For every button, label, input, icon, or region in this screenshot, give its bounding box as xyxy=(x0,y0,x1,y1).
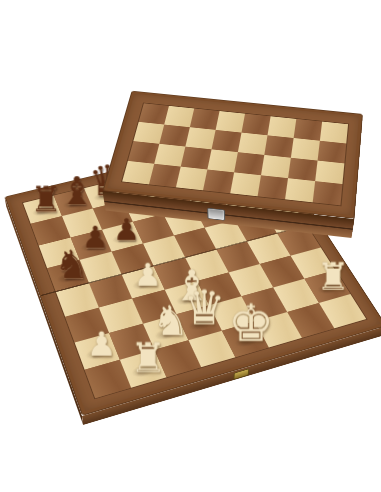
case-lid-square xyxy=(285,178,315,202)
case-lid-square xyxy=(261,155,291,178)
piece-black-bishop[interactable]: ♝ xyxy=(59,171,94,210)
piece-white-king[interactable]: ♚ xyxy=(227,297,273,349)
case-lid-square xyxy=(207,149,238,172)
case-lid-square xyxy=(234,152,264,175)
case-lid-square xyxy=(203,169,234,193)
case-lid-square xyxy=(238,133,268,155)
case-lid-square xyxy=(258,175,288,199)
case-lid-square xyxy=(288,158,318,181)
case-lid-square xyxy=(318,141,347,164)
case-lid-checker-pattern xyxy=(122,103,348,205)
piece-black-pawn[interactable]: ♟ xyxy=(113,215,140,245)
piece-white-pawn[interactable]: ♟ xyxy=(133,260,161,291)
case-lid-square xyxy=(212,130,242,152)
case-lid-square xyxy=(230,172,261,196)
piece-black-rook[interactable]: ♜ xyxy=(30,182,61,217)
piece-white-pawn[interactable]: ♟ xyxy=(86,328,116,361)
case-lid-square xyxy=(264,135,293,157)
board-brass-clasp-icon xyxy=(234,368,250,379)
square-e1[interactable]: ♚ xyxy=(222,321,269,357)
case-lid-square xyxy=(315,161,344,184)
case-lid-square xyxy=(291,138,320,161)
case-lid-square xyxy=(313,181,343,205)
product-photo-scene: ♜♝♛♚♟♟♞♟♝♟♞♛♜♜♚ xyxy=(0,0,381,492)
case-lid-square xyxy=(216,111,245,133)
piece-white-rook[interactable]: ♜ xyxy=(129,338,165,379)
piece-white-rook[interactable]: ♜ xyxy=(316,258,350,296)
case-metal-clasp-icon xyxy=(207,208,225,221)
piece-black-knight[interactable]: ♞ xyxy=(54,245,89,284)
